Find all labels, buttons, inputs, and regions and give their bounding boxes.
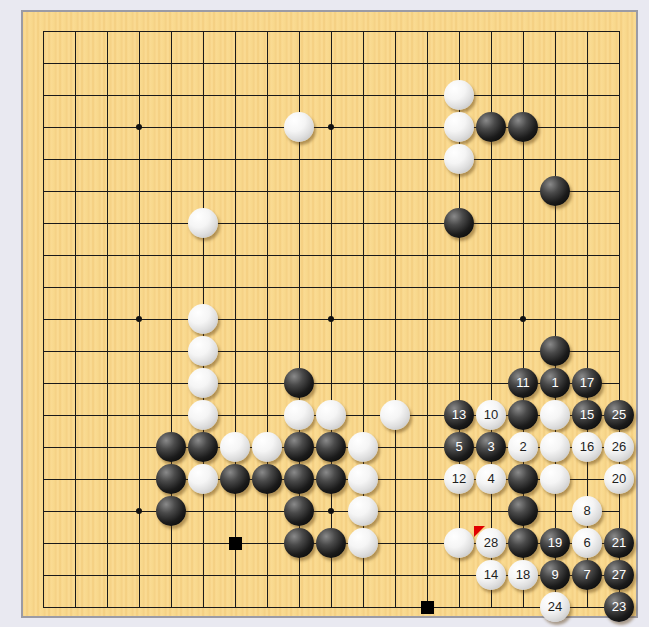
stone-white-move-20[interactable]: 20 <box>604 464 634 494</box>
stone-black[interactable] <box>284 464 314 494</box>
stone-black[interactable] <box>316 432 346 462</box>
stone-white[interactable] <box>540 432 570 462</box>
stone-black[interactable] <box>284 368 314 398</box>
stone-white-move-8[interactable]: 8 <box>572 496 602 526</box>
move-number: 23 <box>612 592 626 622</box>
stone-white[interactable] <box>444 80 474 110</box>
stone-black[interactable] <box>508 496 538 526</box>
stone-black-move-9[interactable]: 9 <box>540 560 570 590</box>
stone-black-move-5[interactable]: 5 <box>444 432 474 462</box>
square-marker <box>229 537 242 550</box>
stone-white-move-18[interactable]: 18 <box>508 560 538 590</box>
stone-white-move-24[interactable]: 24 <box>540 592 570 622</box>
stone-white[interactable] <box>348 496 378 526</box>
stone-black-move-21[interactable]: 21 <box>604 528 634 558</box>
stone-black[interactable] <box>508 464 538 494</box>
stone-white[interactable] <box>188 208 218 238</box>
move-number: 6 <box>583 528 590 558</box>
move-number: 8 <box>583 496 590 526</box>
move-number: 13 <box>452 400 466 430</box>
stone-white-move-10[interactable]: 10 <box>476 400 506 430</box>
stone-white[interactable] <box>348 464 378 494</box>
move-number: 27 <box>612 560 626 590</box>
stone-white[interactable] <box>444 112 474 142</box>
stone-black[interactable] <box>252 464 282 494</box>
move-number: 17 <box>580 368 594 398</box>
stone-black[interactable] <box>284 528 314 558</box>
stone-white[interactable] <box>188 464 218 494</box>
stone-white[interactable] <box>348 432 378 462</box>
move-number: 25 <box>612 400 626 430</box>
move-number: 11 <box>516 368 530 398</box>
move-number: 4 <box>487 464 494 494</box>
stone-white[interactable] <box>188 304 218 334</box>
move-number: 7 <box>583 560 590 590</box>
move-number: 3 <box>487 432 494 462</box>
app-background: 1111713101525532162612420828196211418972… <box>0 0 649 627</box>
stone-black[interactable] <box>540 336 570 366</box>
stone-white[interactable] <box>316 400 346 430</box>
square-marker <box>421 601 434 614</box>
stone-black[interactable] <box>284 496 314 526</box>
move-number: 2 <box>519 432 526 462</box>
go-board[interactable]: 1111713101525532162612420828196211418972… <box>21 10 638 618</box>
stone-black-move-19[interactable]: 19 <box>540 528 570 558</box>
stone-black[interactable] <box>156 464 186 494</box>
stone-black[interactable] <box>476 112 506 142</box>
stone-black[interactable] <box>284 432 314 462</box>
stone-black[interactable] <box>188 432 218 462</box>
stone-white[interactable] <box>540 400 570 430</box>
stone-white[interactable] <box>284 112 314 142</box>
move-number: 9 <box>551 560 558 590</box>
stone-black[interactable] <box>156 432 186 462</box>
stone-white[interactable] <box>188 400 218 430</box>
stone-black-move-25[interactable]: 25 <box>604 400 634 430</box>
stone-white-move-4[interactable]: 4 <box>476 464 506 494</box>
move-number: 20 <box>612 464 626 494</box>
board-cells: 1111713101525532162612420828196211418972… <box>27 15 635 623</box>
move-number: 12 <box>452 464 466 494</box>
stone-white[interactable] <box>252 432 282 462</box>
move-number: 14 <box>484 560 498 590</box>
move-number: 26 <box>612 432 626 462</box>
stone-black[interactable] <box>316 528 346 558</box>
stone-white[interactable] <box>444 528 474 558</box>
stone-white-move-16[interactable]: 16 <box>572 432 602 462</box>
stone-black[interactable] <box>156 496 186 526</box>
move-number: 1 <box>551 368 558 398</box>
stone-black-move-23[interactable]: 23 <box>604 592 634 622</box>
move-number: 15 <box>580 400 594 430</box>
stone-white-move-6[interactable]: 6 <box>572 528 602 558</box>
stone-black[interactable] <box>444 208 474 238</box>
move-number: 18 <box>516 560 530 590</box>
move-number: 24 <box>548 592 562 622</box>
stone-black-move-17[interactable]: 17 <box>572 368 602 398</box>
stone-white-move-12[interactable]: 12 <box>444 464 474 494</box>
move-number: 19 <box>548 528 562 558</box>
move-number: 28 <box>484 528 498 558</box>
stone-black[interactable] <box>220 464 250 494</box>
stone-white-move-14[interactable]: 14 <box>476 560 506 590</box>
stone-white[interactable] <box>220 432 250 462</box>
stone-black-move-27[interactable]: 27 <box>604 560 634 590</box>
stone-white-move-28[interactable]: 28 <box>476 528 506 558</box>
stone-white[interactable] <box>188 368 218 398</box>
move-number: 5 <box>455 432 462 462</box>
stone-black[interactable] <box>508 112 538 142</box>
move-number: 10 <box>484 400 498 430</box>
stone-white[interactable] <box>188 336 218 366</box>
stone-white[interactable] <box>380 400 410 430</box>
stone-white-move-26[interactable]: 26 <box>604 432 634 462</box>
stone-black-move-11[interactable]: 11 <box>508 368 538 398</box>
stone-white-move-2[interactable]: 2 <box>508 432 538 462</box>
stone-white[interactable] <box>284 400 314 430</box>
stone-white[interactable] <box>348 528 378 558</box>
stone-black[interactable] <box>540 176 570 206</box>
stone-black[interactable] <box>508 528 538 558</box>
move-number: 21 <box>612 528 626 558</box>
stone-black-move-1[interactable]: 1 <box>540 368 570 398</box>
stone-black-move-15[interactable]: 15 <box>572 400 602 430</box>
stone-black-move-7[interactable]: 7 <box>572 560 602 590</box>
stone-black[interactable] <box>508 400 538 430</box>
stone-black-move-13[interactable]: 13 <box>444 400 474 430</box>
stone-white[interactable] <box>540 464 570 494</box>
stone-black-move-3[interactable]: 3 <box>476 432 506 462</box>
stone-white[interactable] <box>444 144 474 174</box>
move-number: 16 <box>580 432 594 462</box>
stone-black[interactable] <box>316 464 346 494</box>
